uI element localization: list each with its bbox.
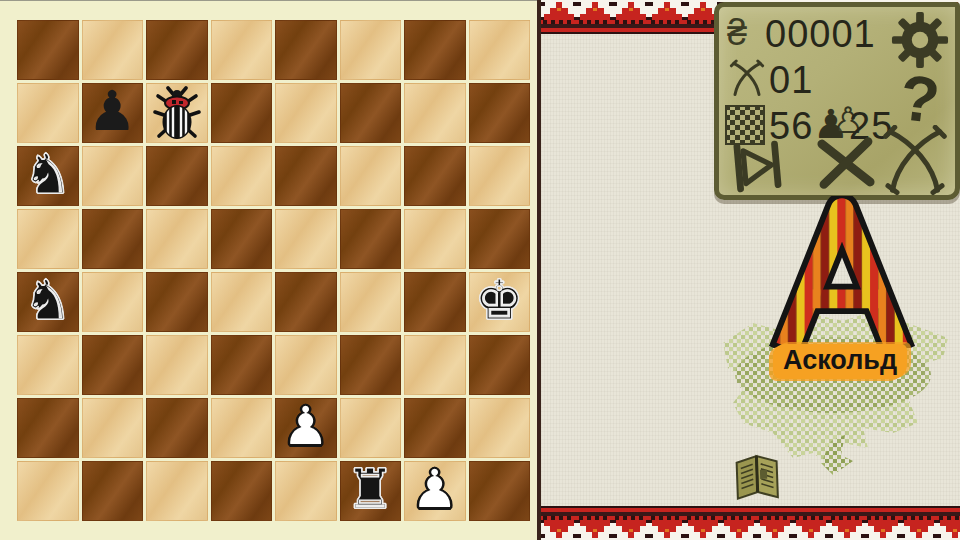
square-c1[interactable] — [146, 461, 208, 521]
black-knight: ♞ — [23, 147, 72, 202]
square-c2[interactable] — [146, 398, 208, 458]
square-a8[interactable] — [17, 20, 79, 80]
square-e4[interactable] — [275, 272, 337, 332]
square-c8[interactable] — [146, 20, 208, 80]
square-f5[interactable] — [340, 209, 402, 269]
square-b8[interactable] — [82, 20, 144, 80]
square-h1[interactable] — [469, 461, 531, 521]
square-d5[interactable] — [211, 209, 273, 269]
rulebook-icon[interactable] — [728, 445, 786, 501]
black-king: ♚ — [475, 273, 524, 328]
square-d3[interactable] — [211, 335, 273, 395]
square-h3[interactable] — [469, 335, 531, 395]
square-e6[interactable] — [275, 146, 337, 206]
black-pawn: ♟ — [88, 84, 137, 139]
square-c3[interactable] — [146, 335, 208, 395]
money-counter: 00001 — [765, 15, 876, 53]
square-d4[interactable] — [211, 272, 273, 332]
square-d2[interactable] — [211, 398, 273, 458]
square-f8[interactable] — [340, 20, 402, 80]
app-window: ♟ ♞♞♚♟♜♟ — [0, 0, 960, 540]
square-a1[interactable] — [17, 461, 79, 521]
white-pawn: ♟ — [281, 399, 330, 454]
square-h5[interactable] — [469, 209, 531, 269]
square-a4[interactable]: ♞ — [17, 272, 79, 332]
square-f2[interactable] — [340, 398, 402, 458]
square-g4[interactable] — [404, 272, 466, 332]
square-b2[interactable] — [82, 398, 144, 458]
square-b3[interactable] — [82, 335, 144, 395]
square-a6[interactable]: ♞ — [17, 146, 79, 206]
side-panel: ₴ 00001 — [537, 0, 960, 540]
square-g8[interactable] — [404, 20, 466, 80]
square-f7[interactable] — [340, 83, 402, 143]
square-c7[interactable] — [146, 83, 208, 143]
square-e2[interactable]: ♟ — [275, 398, 337, 458]
gear-icon[interactable] — [891, 11, 949, 69]
square-b5[interactable] — [82, 209, 144, 269]
square-c4[interactable] — [146, 272, 208, 332]
square-g1[interactable]: ♟ — [404, 461, 466, 521]
square-e5[interactable] — [275, 209, 337, 269]
square-g6[interactable] — [404, 146, 466, 206]
square-a2[interactable] — [17, 398, 79, 458]
white-pawn: ♟ — [410, 462, 459, 517]
hryvnia-icon: ₴ — [727, 15, 747, 51]
square-e7[interactable] — [275, 83, 337, 143]
battle-counter: 01 — [769, 61, 813, 99]
help-question-icon[interactable]: ? — [896, 65, 943, 133]
square-h8[interactable] — [469, 20, 531, 80]
colorado-beetle-piece — [152, 86, 202, 140]
square-h6[interactable] — [469, 146, 531, 206]
board-region: ♟ ♞♞♚♟♜♟ — [0, 0, 537, 540]
square-f3[interactable] — [340, 335, 402, 395]
black-knight: ♞ — [23, 273, 72, 328]
square-d1[interactable] — [211, 461, 273, 521]
square-f4[interactable] — [340, 272, 402, 332]
square-h4[interactable]: ♚ — [469, 272, 531, 332]
hud-panel: ₴ 00001 — [714, 2, 960, 200]
square-h2[interactable] — [469, 398, 531, 458]
initial-letter — [767, 196, 917, 348]
board-grid: ♟ ♞♞♚♟♜♟ — [17, 20, 530, 521]
crossed-sabers-icon — [729, 59, 765, 99]
square-f6[interactable] — [340, 146, 402, 206]
square-c6[interactable] — [146, 146, 208, 206]
square-h7[interactable] — [469, 83, 531, 143]
square-e1[interactable] — [275, 461, 337, 521]
square-a7[interactable] — [17, 83, 79, 143]
square-g2[interactable] — [404, 398, 466, 458]
square-f1[interactable]: ♜ — [340, 461, 402, 521]
square-g7[interactable] — [404, 83, 466, 143]
square-b6[interactable] — [82, 146, 144, 206]
square-d6[interactable] — [211, 146, 273, 206]
square-a3[interactable] — [17, 335, 79, 395]
square-e3[interactable] — [275, 335, 337, 395]
square-a5[interactable] — [17, 209, 79, 269]
square-c5[interactable] — [146, 209, 208, 269]
next-turn-icon[interactable] — [727, 135, 790, 198]
square-e8[interactable] — [275, 20, 337, 80]
square-g5[interactable] — [404, 209, 466, 269]
square-b1[interactable] — [82, 461, 144, 521]
square-b7[interactable]: ♟ — [82, 83, 144, 143]
square-d7[interactable] — [211, 83, 273, 143]
square-b4[interactable] — [82, 272, 144, 332]
square-d8[interactable] — [211, 20, 273, 80]
black-rook: ♜ — [346, 462, 395, 517]
square-g3[interactable] — [404, 335, 466, 395]
cancel-x-icon[interactable] — [814, 133, 879, 192]
battle-sabers-icon[interactable] — [879, 125, 951, 197]
player-name-label: Аскольд — [773, 344, 907, 379]
embroidery-border-bottom — [541, 506, 960, 540]
